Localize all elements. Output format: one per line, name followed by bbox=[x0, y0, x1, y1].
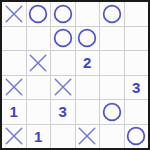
cell-r5c6[interactable] bbox=[125, 100, 149, 124]
o-mark-icon bbox=[28, 4, 48, 24]
cell-r6c5[interactable] bbox=[100, 125, 124, 149]
clue-number: 3 bbox=[59, 104, 67, 119]
cell-r3c2[interactable] bbox=[27, 51, 51, 75]
o-mark-icon bbox=[53, 4, 73, 24]
clue-number: 1 bbox=[10, 104, 18, 119]
cell-r1c2[interactable] bbox=[27, 2, 51, 26]
cell-r3c5[interactable] bbox=[100, 51, 124, 75]
cell-r6c2[interactable]: 1 bbox=[27, 125, 51, 149]
x-mark-icon bbox=[4, 4, 24, 24]
cell-r4c4[interactable] bbox=[76, 76, 100, 100]
cell-r3c6[interactable] bbox=[125, 51, 149, 75]
x-mark-icon bbox=[4, 77, 24, 97]
puzzle-board: 23131 bbox=[0, 0, 150, 150]
cell-r2c1[interactable] bbox=[2, 27, 26, 51]
x-mark-icon bbox=[28, 53, 48, 73]
cell-r2c6[interactable] bbox=[125, 27, 149, 51]
clue-number: 1 bbox=[34, 129, 42, 144]
cell-r5c3[interactable]: 3 bbox=[51, 100, 75, 124]
cell-r2c4[interactable] bbox=[76, 27, 100, 51]
cell-r6c3[interactable] bbox=[51, 125, 75, 149]
clue-number: 2 bbox=[83, 55, 91, 70]
cell-r5c5[interactable] bbox=[100, 100, 124, 124]
cell-r3c1[interactable] bbox=[2, 51, 26, 75]
o-mark-icon bbox=[53, 28, 73, 48]
cell-r5c2[interactable] bbox=[27, 100, 51, 124]
cell-r2c3[interactable] bbox=[51, 27, 75, 51]
cell-r1c4[interactable] bbox=[76, 2, 100, 26]
x-mark-icon bbox=[4, 126, 24, 146]
cell-r1c6[interactable] bbox=[125, 2, 149, 26]
cell-r6c1[interactable] bbox=[2, 125, 26, 149]
x-mark-icon bbox=[77, 126, 97, 146]
cell-r6c6[interactable] bbox=[125, 125, 149, 149]
o-mark-icon bbox=[102, 102, 122, 122]
cell-r2c2[interactable] bbox=[27, 27, 51, 51]
cell-r4c5[interactable] bbox=[100, 76, 124, 100]
cell-r5c1[interactable]: 1 bbox=[2, 100, 26, 124]
cell-r2c5[interactable] bbox=[100, 27, 124, 51]
cell-r5c4[interactable] bbox=[76, 100, 100, 124]
cell-r1c3[interactable] bbox=[51, 2, 75, 26]
cell-r4c6[interactable]: 3 bbox=[125, 76, 149, 100]
cell-r3c4[interactable]: 2 bbox=[76, 51, 100, 75]
cell-r6c4[interactable] bbox=[76, 125, 100, 149]
x-mark-icon bbox=[53, 77, 73, 97]
cell-r3c3[interactable] bbox=[51, 51, 75, 75]
cell-r1c1[interactable] bbox=[2, 2, 26, 26]
o-mark-icon bbox=[77, 28, 97, 48]
clue-number: 3 bbox=[132, 80, 140, 95]
o-mark-icon bbox=[102, 4, 122, 24]
cell-r4c1[interactable] bbox=[2, 76, 26, 100]
cell-r1c5[interactable] bbox=[100, 2, 124, 26]
cell-r4c2[interactable] bbox=[27, 76, 51, 100]
cell-r4c3[interactable] bbox=[51, 76, 75, 100]
o-mark-icon bbox=[126, 126, 146, 146]
